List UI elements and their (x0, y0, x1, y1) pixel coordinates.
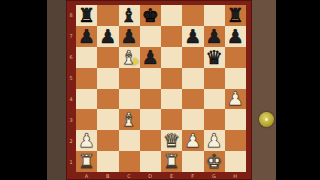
square-b8[interactable] (97, 5, 118, 26)
square-h4[interactable]: ♟ (225, 89, 246, 110)
square-e6[interactable] (161, 47, 182, 68)
square-a8[interactable]: ♜ (76, 5, 97, 26)
square-b3[interactable] (97, 109, 118, 130)
square-h5[interactable] (225, 68, 246, 89)
square-e5[interactable] (161, 68, 182, 89)
black-pawn-f7: ♟ (184, 27, 201, 46)
square-f4[interactable] (182, 89, 203, 110)
white-queen-e2: ♛ (163, 131, 180, 150)
square-g2[interactable]: ♟ (204, 130, 225, 151)
square-b5[interactable] (97, 68, 118, 89)
white-pawn-f2: ♟ (184, 131, 201, 150)
square-b4[interactable] (97, 89, 118, 110)
black-pawn-h7: ♟ (227, 27, 244, 46)
white-bishop-c3: ♝ (121, 110, 138, 129)
square-d6[interactable]: ♟ (140, 47, 161, 68)
square-g7[interactable]: ♟ (204, 26, 225, 47)
rank-label-7: 7 (66, 33, 76, 39)
square-b6[interactable] (97, 47, 118, 68)
square-b1[interactable] (97, 151, 118, 172)
square-f3[interactable] (182, 109, 203, 130)
file-label-a: A (76, 173, 97, 179)
square-a2[interactable]: ♟ (76, 130, 97, 151)
square-f7[interactable]: ♟ (182, 26, 203, 47)
white-pawn-g2: ♟ (206, 131, 223, 150)
rank-label-5: 5 (66, 75, 76, 81)
video-frame: 87654321 ABCDEFGH ♜♝♚♜♟♟♟♟♟♟♝♟♛♟♝♟♛♟♟♜♜♚ (0, 0, 320, 180)
white-rook-a1: ♜ (78, 152, 95, 171)
black-pawn-c7: ♟ (121, 27, 138, 46)
square-d7[interactable] (140, 26, 161, 47)
file-label-f: F (182, 173, 203, 179)
square-g4[interactable] (204, 89, 225, 110)
file-label-e: E (161, 173, 182, 179)
file-label-g: G (204, 173, 225, 179)
black-pawn-b7: ♟ (99, 27, 116, 46)
wood-panel-left (47, 0, 66, 180)
square-e7[interactable] (161, 26, 182, 47)
square-f5[interactable] (182, 68, 203, 89)
black-pawn-g7: ♟ (206, 27, 223, 46)
rank-label-8: 8 (66, 12, 76, 18)
square-b2[interactable] (97, 130, 118, 151)
square-h2[interactable] (225, 130, 246, 151)
file-label-h: H (225, 173, 246, 179)
square-f6[interactable] (182, 47, 203, 68)
square-g3[interactable] (204, 109, 225, 130)
file-label-c: C (119, 173, 140, 179)
wood-panel-right (252, 0, 276, 180)
chess-board: ♜♝♚♜♟♟♟♟♟♟♝♟♛♟♝♟♛♟♟♜♜♚ (76, 5, 246, 172)
square-a5[interactable] (76, 68, 97, 89)
file-label-d: D (140, 173, 161, 179)
rank-label-6: 6 (66, 54, 76, 60)
square-e4[interactable] (161, 89, 182, 110)
square-e3[interactable] (161, 109, 182, 130)
square-h3[interactable] (225, 109, 246, 130)
square-a1[interactable]: ♜ (76, 151, 97, 172)
square-d3[interactable] (140, 109, 161, 130)
cursor-highlight-dot (259, 112, 274, 127)
square-a4[interactable] (76, 89, 97, 110)
rank-label-3: 3 (66, 117, 76, 123)
white-pawn-h4: ♟ (227, 89, 244, 108)
square-e2[interactable]: ♛ (161, 130, 182, 151)
square-f8[interactable] (182, 5, 203, 26)
square-c7[interactable]: ♟ (119, 26, 140, 47)
square-e1[interactable]: ♜ (161, 151, 182, 172)
square-c8[interactable]: ♝ (119, 5, 140, 26)
square-c2[interactable] (119, 130, 140, 151)
square-d5[interactable] (140, 68, 161, 89)
square-g8[interactable] (204, 5, 225, 26)
square-g5[interactable] (204, 68, 225, 89)
square-d4[interactable] (140, 89, 161, 110)
square-d1[interactable] (140, 151, 161, 172)
square-a3[interactable] (76, 109, 97, 130)
black-rook-a8: ♜ (78, 6, 95, 25)
white-pawn-a2: ♟ (78, 131, 95, 150)
rank-label-1: 1 (66, 159, 76, 165)
square-h1[interactable] (225, 151, 246, 172)
chess-board-frame: 87654321 ABCDEFGH ♜♝♚♜♟♟♟♟♟♟♝♟♛♟♝♟♛♟♟♜♜♚ (66, 0, 252, 180)
white-rook-e1: ♜ (163, 152, 180, 171)
square-c1[interactable] (119, 151, 140, 172)
cursor-dot-core (265, 118, 268, 121)
black-king-d8: ♚ (142, 6, 159, 25)
square-g1[interactable]: ♚ (204, 151, 225, 172)
square-a7[interactable]: ♟ (76, 26, 97, 47)
square-f2[interactable]: ♟ (182, 130, 203, 151)
square-h6[interactable] (225, 47, 246, 68)
black-bishop-c8: ♝ (121, 6, 138, 25)
square-c4[interactable] (119, 89, 140, 110)
black-rook-h8: ♜ (227, 6, 244, 25)
square-d8[interactable]: ♚ (140, 5, 161, 26)
rank-label-4: 4 (66, 96, 76, 102)
black-queen-g6: ♛ (206, 48, 223, 67)
square-d2[interactable] (140, 130, 161, 151)
square-e8[interactable] (161, 5, 182, 26)
square-a6[interactable] (76, 47, 97, 68)
rank-label-2: 2 (66, 138, 76, 144)
square-c3[interactable]: ♝ (119, 109, 140, 130)
square-h7[interactable]: ♟ (225, 26, 246, 47)
square-b7[interactable]: ♟ (97, 26, 118, 47)
black-pawn-a7: ♟ (78, 27, 95, 46)
square-g6[interactable]: ♛ (204, 47, 225, 68)
file-label-b: B (97, 173, 118, 179)
square-h8[interactable]: ♜ (225, 5, 246, 26)
square-c5[interactable] (119, 68, 140, 89)
black-pawn-d6: ♟ (142, 48, 159, 67)
white-king-g1: ♚ (206, 152, 223, 171)
square-f1[interactable] (182, 151, 203, 172)
